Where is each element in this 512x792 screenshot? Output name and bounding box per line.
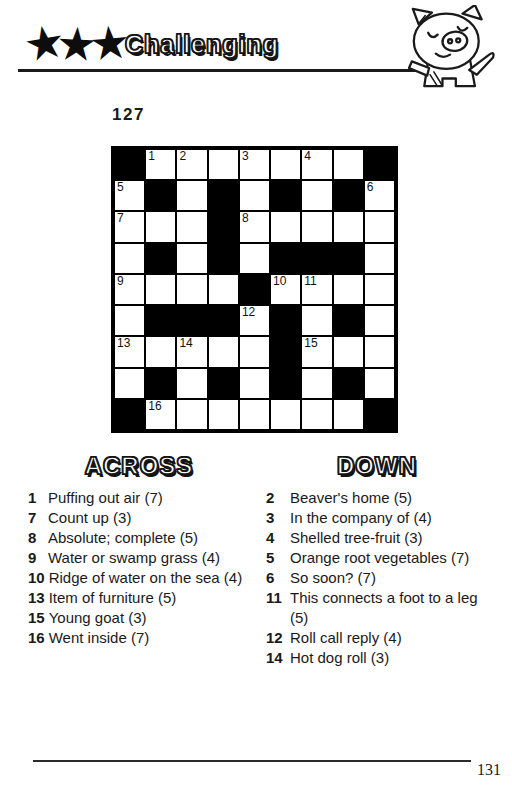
grid-cell[interactable] <box>239 336 270 367</box>
cell-number: 5 <box>117 181 124 194</box>
clue-number: 13 <box>28 588 45 608</box>
grid-cell[interactable] <box>176 180 207 211</box>
across-clue-item: 13Item of furniture (5) <box>28 588 256 608</box>
clue-number: 16 <box>28 628 45 648</box>
clue-text: Absolute; complete (5) <box>48 528 198 548</box>
clue-text: Puffing out air (7) <box>48 488 163 508</box>
cell-number: 6 <box>367 181 374 194</box>
grid-cell[interactable] <box>301 399 332 430</box>
grid-cell-black <box>114 399 145 430</box>
puzzle-number: 127 <box>112 105 145 125</box>
down-clue-item: 3In the company of (4) <box>266 508 500 528</box>
clue-number: 12 <box>266 628 285 648</box>
grid-cell-black <box>176 305 207 336</box>
grid-cell-black <box>333 368 364 399</box>
grid-cell-black <box>208 211 239 242</box>
down-clue-item: 5Orange root vegetables (7) <box>266 548 500 568</box>
grid-cell-black <box>145 305 176 336</box>
grid-cell[interactable] <box>333 274 364 305</box>
grid-cell[interactable]: 7 <box>114 211 145 242</box>
grid-cell[interactable] <box>301 211 332 242</box>
grid-cell-black <box>145 180 176 211</box>
across-heading: ACROSS <box>28 453 250 479</box>
cell-number: 11 <box>304 275 316 288</box>
grid-cell[interactable] <box>333 211 364 242</box>
grid-cell[interactable] <box>301 180 332 211</box>
footer-divider <box>33 760 471 762</box>
cell-number: 4 <box>304 150 311 163</box>
grid-cell-black <box>208 368 239 399</box>
grid-cell-black <box>208 305 239 336</box>
grid-cell[interactable] <box>114 243 145 274</box>
grid-cell[interactable] <box>333 336 364 367</box>
grid-cell-black <box>208 180 239 211</box>
down-clue-item: 12Roll call reply (4) <box>266 628 500 648</box>
across-clue-item: 10Ridge of water on the sea (4) <box>28 568 256 588</box>
grid-cell[interactable]: 13 <box>114 336 145 367</box>
clue-text: Roll call reply (4) <box>290 628 402 648</box>
grid-cell[interactable] <box>364 274 395 305</box>
clue-text: This connects a foot to a leg (5) <box>290 588 492 627</box>
grid-cell[interactable] <box>176 274 207 305</box>
clue-text: Orange root vegetables (7) <box>290 548 469 568</box>
grid-cell-black <box>145 368 176 399</box>
grid-cell[interactable]: 2 <box>176 149 207 180</box>
header-divider <box>18 69 432 72</box>
grid-cell[interactable]: 12 <box>239 305 270 336</box>
grid-cell[interactable]: 1 <box>145 149 176 180</box>
clue-number: 8 <box>28 528 44 548</box>
cell-number: 12 <box>242 306 255 319</box>
grid-cell[interactable] <box>145 211 176 242</box>
grid-cell[interactable] <box>208 399 239 430</box>
grid-cell-black <box>333 180 364 211</box>
clue-text: In the company of (4) <box>290 508 432 528</box>
grid-cell-black <box>270 368 301 399</box>
grid-cell[interactable] <box>364 305 395 336</box>
across-clue-item: 15Young goat (3) <box>28 608 256 628</box>
clue-number: 6 <box>266 568 285 588</box>
across-clue-list: 1Puffing out air (7)7Count up (3)8Absolu… <box>28 488 256 648</box>
cell-number: 8 <box>242 212 249 225</box>
cell-number: 7 <box>117 212 124 225</box>
grid-cell[interactable] <box>364 368 395 399</box>
cell-number: 10 <box>273 275 286 288</box>
page-number: 131 <box>477 761 501 779</box>
down-clue-list: 2Beaver's home (5)3In the company of (4)… <box>266 488 500 668</box>
cell-number: 2 <box>179 150 186 163</box>
grid-cell[interactable] <box>301 305 332 336</box>
grid-cell-black <box>270 305 301 336</box>
down-clue-item: 4Shelled tree-fruit (3) <box>266 528 500 548</box>
grid-cell[interactable] <box>208 336 239 367</box>
across-clue-item: 9Water or swamp grass (4) <box>28 548 256 568</box>
grid-cell[interactable]: 9 <box>114 274 145 305</box>
grid-cell[interactable] <box>145 274 176 305</box>
clue-number: 4 <box>266 528 285 548</box>
grid-cell[interactable] <box>176 368 207 399</box>
clue-number: 15 <box>28 608 45 628</box>
clue-number: 11 <box>266 588 285 608</box>
grid-cell[interactable] <box>364 336 395 367</box>
grid-cell[interactable] <box>239 399 270 430</box>
pig-icon <box>397 5 507 89</box>
grid-cell[interactable]: 10 <box>270 274 301 305</box>
grid-cell[interactable] <box>270 399 301 430</box>
grid-cell-black <box>270 243 301 274</box>
grid-cell[interactable] <box>176 211 207 242</box>
grid-cell-black <box>333 243 364 274</box>
cell-number: 16 <box>148 400 161 413</box>
grid-cell[interactable] <box>364 211 395 242</box>
grid-cell[interactable]: 6 <box>364 180 395 211</box>
grid-cell-black <box>364 399 395 430</box>
grid-cell[interactable] <box>176 399 207 430</box>
grid-cell[interactable] <box>208 149 239 180</box>
pig-illustration <box>397 5 507 93</box>
grid-cell[interactable] <box>208 274 239 305</box>
down-heading: DOWN <box>266 453 488 479</box>
cell-number: 9 <box>117 275 124 288</box>
grid-cell[interactable] <box>176 243 207 274</box>
grid-cell[interactable] <box>333 399 364 430</box>
grid-cell-black <box>270 180 301 211</box>
down-clue-item: 2Beaver's home (5) <box>266 488 500 508</box>
grid-cell[interactable]: 5 <box>114 180 145 211</box>
clue-number: 14 <box>266 648 285 668</box>
difficulty-label: Challenging <box>125 32 279 57</box>
clue-text: Young goat (3) <box>49 608 147 628</box>
grid-cell[interactable] <box>114 305 145 336</box>
across-clue-item: 8Absolute; complete (5) <box>28 528 256 548</box>
grid-cell[interactable]: 3 <box>239 149 270 180</box>
clue-number: 3 <box>266 508 285 528</box>
clue-text: Beaver's home (5) <box>290 488 412 508</box>
cell-number: 3 <box>242 150 249 163</box>
clue-text: Item of furniture (5) <box>49 588 177 608</box>
clue-text: Shelled tree-fruit (3) <box>290 528 423 548</box>
grid-cell[interactable]: 11 <box>301 274 332 305</box>
grid-cell[interactable] <box>239 180 270 211</box>
difficulty-stars: ★ ★ ★ <box>24 20 121 66</box>
grid-cell-black <box>208 243 239 274</box>
grid-cell[interactable] <box>270 149 301 180</box>
cell-number: 14 <box>179 337 192 350</box>
clue-text: Ridge of water on the sea (4) <box>49 568 242 588</box>
down-clue-item: 11This connects a foot to a leg (5) <box>266 588 500 627</box>
grid-cell-black <box>239 274 270 305</box>
puzzle-book-page: { "game": "crossword", "header": { "star… <box>0 0 512 792</box>
down-clue-item: 14Hot dog roll (3) <box>266 648 500 668</box>
grid-cell-black <box>270 336 301 367</box>
cell-number: 13 <box>117 337 130 350</box>
grid-cell[interactable] <box>239 368 270 399</box>
grid-cell-black <box>301 243 332 274</box>
grid-cell[interactable] <box>114 368 145 399</box>
clue-text: So soon? (7) <box>290 568 376 588</box>
grid-cell[interactable] <box>301 368 332 399</box>
clue-number: 1 <box>28 488 44 508</box>
clue-number: 9 <box>28 548 44 568</box>
across-clue-item: 7Count up (3) <box>28 508 256 528</box>
clue-number: 5 <box>266 548 285 568</box>
clue-number: 7 <box>28 508 44 528</box>
cell-number: 15 <box>304 337 317 350</box>
grid-cell[interactable] <box>364 243 395 274</box>
across-clue-item: 16Went inside (7) <box>28 628 256 648</box>
clue-text: Water or swamp grass (4) <box>48 548 220 568</box>
across-clue-item: 1Puffing out air (7) <box>28 488 256 508</box>
clue-number: 2 <box>266 488 285 508</box>
grid-cell[interactable]: 16 <box>145 399 176 430</box>
grid-cell[interactable] <box>145 336 176 367</box>
clue-text: Count up (3) <box>48 508 131 528</box>
grid-cell[interactable]: 8 <box>239 211 270 242</box>
grid-cell-black <box>333 305 364 336</box>
down-clue-item: 6So soon? (7) <box>266 568 500 588</box>
grid-cell[interactable]: 4 <box>301 149 332 180</box>
grid-cell[interactable] <box>333 149 364 180</box>
grid-cell-black <box>114 149 145 180</box>
grid-cell[interactable]: 15 <box>301 336 332 367</box>
grid-cell[interactable]: 14 <box>176 336 207 367</box>
grid-cell[interactable] <box>239 243 270 274</box>
grid-cell-black <box>364 149 395 180</box>
grid-cell-black <box>145 243 176 274</box>
grid-cell[interactable] <box>270 211 301 242</box>
clue-text: Hot dog roll (3) <box>290 648 389 668</box>
cell-number: 1 <box>148 150 155 163</box>
clue-text: Went inside (7) <box>49 628 150 648</box>
clue-number: 10 <box>28 568 45 588</box>
crossword-grid: 12345678910111213141516 <box>111 146 398 433</box>
